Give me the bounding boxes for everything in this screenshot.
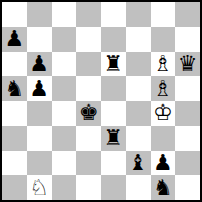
square-f6[interactable] — [126, 52, 151, 77]
square-f3[interactable] — [126, 126, 151, 151]
square-b3[interactable] — [27, 126, 52, 151]
chess-diagram: ♟♟♜♗♛♞♟♗♚♔♜♝♟♘♞ — [0, 0, 202, 202]
square-b4[interactable] — [27, 101, 52, 126]
square-d3[interactable] — [76, 126, 101, 151]
square-f5[interactable] — [126, 76, 151, 101]
square-c3[interactable] — [52, 126, 77, 151]
square-d5[interactable] — [76, 76, 101, 101]
square-a7[interactable]: ♟ — [2, 27, 27, 52]
square-a3[interactable] — [2, 126, 27, 151]
square-d2[interactable] — [76, 151, 101, 176]
square-a5[interactable]: ♞ — [2, 76, 27, 101]
piece-black-bishop-f2: ♝ — [128, 152, 148, 174]
square-h4[interactable] — [175, 101, 200, 126]
piece-white-bishop-g5: ♗ — [153, 78, 173, 100]
square-g6[interactable]: ♗ — [151, 52, 176, 77]
square-a8[interactable] — [2, 2, 27, 27]
square-d1[interactable] — [76, 175, 101, 200]
square-g5[interactable]: ♗ — [151, 76, 176, 101]
square-d7[interactable] — [76, 27, 101, 52]
piece-black-king-d4: ♚ — [79, 102, 99, 124]
square-d8[interactable] — [76, 2, 101, 27]
piece-black-knight-g1: ♞ — [153, 177, 173, 199]
square-f4[interactable] — [126, 101, 151, 126]
piece-black-rook-e6: ♜ — [104, 53, 124, 75]
square-g2[interactable]: ♟ — [151, 151, 176, 176]
square-e7[interactable] — [101, 27, 126, 52]
square-b7[interactable] — [27, 27, 52, 52]
piece-black-pawn-b5: ♟ — [29, 78, 49, 100]
square-c7[interactable] — [52, 27, 77, 52]
square-g3[interactable] — [151, 126, 176, 151]
square-b1[interactable]: ♘ — [27, 175, 52, 200]
square-c4[interactable] — [52, 101, 77, 126]
square-h2[interactable] — [175, 151, 200, 176]
square-e3[interactable]: ♜ — [101, 126, 126, 151]
piece-black-pawn-b6: ♟ — [29, 53, 49, 75]
square-e8[interactable] — [101, 2, 126, 27]
piece-black-queen-h6: ♛ — [178, 53, 198, 75]
square-b6[interactable]: ♟ — [27, 52, 52, 77]
square-a6[interactable] — [2, 52, 27, 77]
piece-white-bishop-g6: ♗ — [153, 53, 173, 75]
square-b2[interactable] — [27, 151, 52, 176]
square-g1[interactable]: ♞ — [151, 175, 176, 200]
square-e1[interactable] — [101, 175, 126, 200]
square-g7[interactable] — [151, 27, 176, 52]
square-b8[interactable] — [27, 2, 52, 27]
square-e4[interactable] — [101, 101, 126, 126]
piece-black-pawn-a7: ♟ — [5, 28, 25, 50]
square-c6[interactable] — [52, 52, 77, 77]
square-h6[interactable]: ♛ — [175, 52, 200, 77]
square-e6[interactable]: ♜ — [101, 52, 126, 77]
piece-white-king-g4: ♔ — [153, 102, 173, 124]
square-f7[interactable] — [126, 27, 151, 52]
square-e5[interactable] — [101, 76, 126, 101]
square-c5[interactable] — [52, 76, 77, 101]
square-a1[interactable] — [2, 175, 27, 200]
square-h1[interactable] — [175, 175, 200, 200]
square-h3[interactable] — [175, 126, 200, 151]
square-f1[interactable] — [126, 175, 151, 200]
square-f2[interactable]: ♝ — [126, 151, 151, 176]
square-f8[interactable] — [126, 2, 151, 27]
square-d4[interactable]: ♚ — [76, 101, 101, 126]
square-h7[interactable] — [175, 27, 200, 52]
square-a2[interactable] — [2, 151, 27, 176]
square-d6[interactable] — [76, 52, 101, 77]
chess-board: ♟♟♜♗♛♞♟♗♚♔♜♝♟♘♞ — [0, 0, 202, 202]
square-c8[interactable] — [52, 2, 77, 27]
piece-black-pawn-g2: ♟ — [153, 152, 173, 174]
square-b5[interactable]: ♟ — [27, 76, 52, 101]
square-a4[interactable] — [2, 101, 27, 126]
square-e2[interactable] — [101, 151, 126, 176]
square-g4[interactable]: ♔ — [151, 101, 176, 126]
square-g8[interactable] — [151, 2, 176, 27]
square-h8[interactable] — [175, 2, 200, 27]
square-c2[interactable] — [52, 151, 77, 176]
piece-black-rook-e3: ♜ — [104, 127, 124, 149]
piece-white-knight-b1: ♘ — [29, 177, 49, 199]
square-c1[interactable] — [52, 175, 77, 200]
square-h5[interactable] — [175, 76, 200, 101]
piece-black-knight-a5: ♞ — [5, 78, 25, 100]
